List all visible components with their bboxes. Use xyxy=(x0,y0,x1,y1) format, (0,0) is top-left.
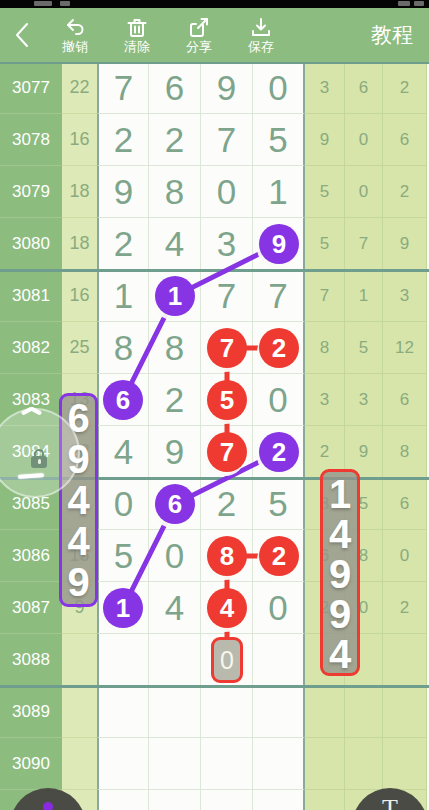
draw-digit-cell[interactable]: 8 xyxy=(149,322,201,374)
purple-circle-annotation[interactable]: 6 xyxy=(103,380,143,420)
draw-digit-cell[interactable] xyxy=(97,738,149,790)
sum-cell: 16 xyxy=(62,270,97,322)
stat-cell: 3 xyxy=(383,270,427,322)
clear-label: 清除 xyxy=(124,40,150,54)
share-icon xyxy=(187,17,211,39)
period-label: 3087 xyxy=(0,582,62,634)
sum-cell xyxy=(62,686,97,738)
sum-cell xyxy=(62,738,97,790)
draw-digit-cell[interactable]: 2 xyxy=(201,478,253,530)
stat-cell xyxy=(305,686,345,738)
draw-digit-cell[interactable] xyxy=(253,634,305,686)
draw-digit-cell[interactable]: 7 xyxy=(201,114,253,166)
status-battery-icon xyxy=(398,1,410,6)
red-circle-annotation[interactable]: 4 xyxy=(207,588,247,628)
stat-cell: 2 xyxy=(383,166,427,218)
draw-digit-cell[interactable]: 1 xyxy=(97,270,149,322)
draw-digit-cell[interactable]: 0 xyxy=(149,530,201,582)
overlay-digit: 4 xyxy=(67,480,89,520)
overlay-digit: 4 xyxy=(67,521,89,561)
draw-digit-cell[interactable]: 0 xyxy=(253,374,305,426)
group-separator xyxy=(0,269,429,272)
draw-digit-cell[interactable]: 5 xyxy=(253,114,305,166)
draw-digit-cell[interactable] xyxy=(201,790,253,810)
draw-digit-cell[interactable]: 2 xyxy=(149,374,201,426)
draw-digit-cell[interactable]: 0 xyxy=(97,478,149,530)
trend-chart-screen: 撤销 清除 分享 保存 教程 3077227690362307816227590… xyxy=(0,0,429,810)
period-label: 3081 xyxy=(0,270,62,322)
purple-circle-annotation[interactable]: 2 xyxy=(259,432,299,472)
stat-cell: 6 xyxy=(383,114,427,166)
draw-digit-cell[interactable]: 1 xyxy=(253,166,305,218)
save-button[interactable]: 保存 xyxy=(230,17,292,54)
draw-digit-cell[interactable]: 2 xyxy=(97,114,149,166)
stat-cell: 0 xyxy=(345,114,383,166)
draw-digit-cell[interactable]: 4 xyxy=(149,582,201,634)
undo-label: 撤销 xyxy=(62,40,88,54)
stat-cell: 0 xyxy=(345,166,383,218)
table-row: 3081161177713 xyxy=(0,270,429,322)
overlay-digit: 9 xyxy=(329,594,351,634)
period-label: 3079 xyxy=(0,166,62,218)
back-button[interactable] xyxy=(0,20,44,50)
stat-cell xyxy=(383,686,427,738)
red-circle-annotation[interactable]: 2 xyxy=(259,536,299,576)
stat-cell: 6 xyxy=(383,478,427,530)
draw-digit-cell[interactable]: 7 xyxy=(201,270,253,322)
table-row: 3077227690362 xyxy=(0,62,429,114)
status-notification-icon xyxy=(34,1,52,6)
sum-cell: 18 xyxy=(62,218,97,270)
draw-digit-cell[interactable]: 9 xyxy=(149,426,201,478)
draw-digit-cell[interactable]: 4 xyxy=(149,218,201,270)
draw-digit-cell[interactable]: 7 xyxy=(253,270,305,322)
draw-digit-cell[interactable]: 7 xyxy=(97,62,149,114)
pen-color-dot-icon xyxy=(43,802,53,810)
draw-digit-cell[interactable]: 2 xyxy=(149,114,201,166)
stat-cell: 1 xyxy=(345,270,383,322)
toolbar: 撤销 清除 分享 保存 教程 xyxy=(0,8,429,62)
draw-digit-cell[interactable]: 3 xyxy=(201,218,253,270)
stat-cell: 9 xyxy=(383,218,427,270)
lock-icon xyxy=(31,456,47,468)
undo-button[interactable]: 撤销 xyxy=(44,17,106,54)
stat-cell: 3 xyxy=(345,374,383,426)
draw-digit-cell[interactable]: 0 xyxy=(253,62,305,114)
stat-cell: 6 xyxy=(383,374,427,426)
stat-cell: 2 xyxy=(383,62,427,114)
stat-cell: 7 xyxy=(345,218,383,270)
overlay-digit: 9 xyxy=(329,554,351,594)
range-handle-up-icon[interactable] xyxy=(19,401,43,415)
draw-digit-cell[interactable]: 5 xyxy=(253,478,305,530)
table-row: 3079189801502 xyxy=(0,166,429,218)
stat-cell: 5 xyxy=(305,218,345,270)
purple-circle-annotation[interactable]: 1 xyxy=(155,276,195,316)
red-circle-annotation[interactable]: 2 xyxy=(259,328,299,368)
draw-digit-cell[interactable] xyxy=(97,634,149,686)
draw-digit-cell[interactable] xyxy=(97,686,149,738)
draw-digit-cell[interactable] xyxy=(253,738,305,790)
stat-cell: 8 xyxy=(383,426,427,478)
draw-digit-cell[interactable] xyxy=(253,790,305,810)
red-annotation-box[interactable]: 14994 xyxy=(320,469,360,676)
period-label: 3080 xyxy=(0,218,62,270)
status-notification-icon xyxy=(60,1,70,6)
stat-cell xyxy=(305,790,345,810)
draw-digit-cell[interactable] xyxy=(201,686,253,738)
period-label: 3088 xyxy=(0,634,62,686)
red-circle-annotation[interactable]: 7 xyxy=(207,328,247,368)
table-row: 3090 xyxy=(0,738,429,790)
draw-digit-cell[interactable] xyxy=(149,634,201,686)
table-row: 3089 xyxy=(0,686,429,738)
overlay-digit: 4 xyxy=(329,514,351,554)
stat-cell: 2 xyxy=(383,582,427,634)
draw-digit-cell[interactable]: 0 xyxy=(201,166,253,218)
sum-cell xyxy=(62,634,97,686)
stat-cell: 5 xyxy=(345,322,383,374)
stat-cell: 6 xyxy=(345,62,383,114)
sum-cell: 25 xyxy=(62,322,97,374)
status-signal-icon xyxy=(414,1,424,6)
stat-cell xyxy=(345,686,383,738)
sum-cell: 18 xyxy=(62,166,97,218)
stat-cell xyxy=(383,634,427,686)
status-bar xyxy=(0,0,429,8)
stat-cell: 7 xyxy=(305,270,345,322)
period-label: 3086 xyxy=(0,530,62,582)
draw-digit-cell[interactable] xyxy=(253,686,305,738)
period-label: 3077 xyxy=(0,62,62,114)
tutorial-button[interactable]: 教程 xyxy=(371,21,413,49)
red-boxed-digit-annotation[interactable]: 0 xyxy=(211,637,243,683)
stat-cell: 0 xyxy=(383,530,427,582)
stat-cell: 12 xyxy=(383,322,427,374)
stat-cell: 3 xyxy=(305,374,345,426)
trash-icon xyxy=(125,17,149,39)
purple-circle-annotation[interactable]: 9 xyxy=(259,224,299,264)
red-circle-annotation[interactable]: 8 xyxy=(207,536,247,576)
save-label: 保存 xyxy=(248,40,274,54)
sum-cell: 16 xyxy=(62,114,97,166)
clear-button[interactable]: 清除 xyxy=(106,17,168,54)
table-row: 3078162275906 xyxy=(0,114,429,166)
period-label: 3078 xyxy=(0,114,62,166)
group-separator xyxy=(0,685,429,688)
stat-cell: 5 xyxy=(305,166,345,218)
period-label: 3082 xyxy=(0,322,62,374)
text-tool-icon: T xyxy=(352,794,428,810)
purple-circle-annotation[interactable]: 1 xyxy=(103,588,143,628)
draw-digit-cell[interactable]: 5 xyxy=(97,530,149,582)
stat-cell xyxy=(305,738,345,790)
share-button[interactable]: 分享 xyxy=(168,17,230,54)
draw-digit-cell[interactable]: 2 xyxy=(97,218,149,270)
stat-cell xyxy=(383,738,427,790)
stat-cell xyxy=(345,738,383,790)
draw-digit-cell[interactable] xyxy=(149,686,201,738)
purple-circle-annotation[interactable]: 6 xyxy=(155,484,195,524)
draw-digit-cell[interactable] xyxy=(149,790,201,810)
draw-digit-cell[interactable]: 9 xyxy=(201,62,253,114)
group-separator xyxy=(0,62,429,64)
sum-cell: 22 xyxy=(62,62,97,114)
stat-cell: 3 xyxy=(305,62,345,114)
draw-digit-cell[interactable]: 6 xyxy=(149,62,201,114)
overlay-digit: 1 xyxy=(329,474,351,514)
undo-icon xyxy=(63,17,87,39)
period-label: 3089 xyxy=(0,686,62,738)
draw-digit-cell[interactable]: 4 xyxy=(97,426,149,478)
overlay-digit: 9 xyxy=(67,562,89,602)
overlay-digit: 4 xyxy=(329,634,351,674)
share-label: 分享 xyxy=(186,40,212,54)
draw-digit-cell[interactable]: 8 xyxy=(149,166,201,218)
draw-digit-cell[interactable]: 0 xyxy=(253,582,305,634)
period-label: 3090 xyxy=(0,738,62,790)
red-circle-annotation[interactable]: 5 xyxy=(207,380,247,420)
stat-cell: 9 xyxy=(305,114,345,166)
save-icon xyxy=(249,17,273,39)
draw-digit-cell[interactable]: 9 xyxy=(97,166,149,218)
draw-digit-cell[interactable] xyxy=(149,738,201,790)
table-row: 3080182439579 xyxy=(0,218,429,270)
draw-digit-cell[interactable] xyxy=(97,790,149,810)
draw-digit-cell[interactable] xyxy=(201,738,253,790)
draw-digit-cell[interactable]: 8 xyxy=(97,322,149,374)
red-circle-annotation[interactable]: 7 xyxy=(207,432,247,472)
stat-cell: 8 xyxy=(305,322,345,374)
